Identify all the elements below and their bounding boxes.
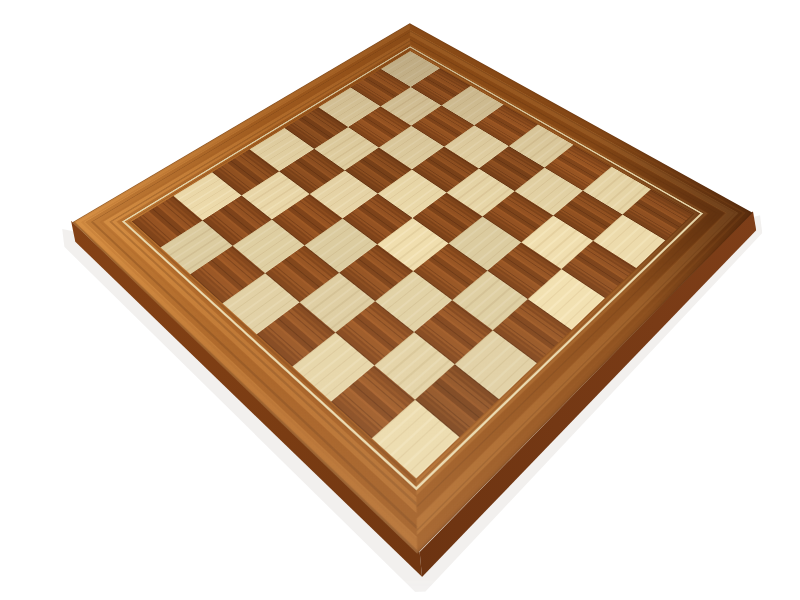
chess-board xyxy=(72,23,752,554)
board-playing-field xyxy=(131,51,692,478)
product-photo xyxy=(0,0,800,600)
board-scene xyxy=(0,0,800,600)
